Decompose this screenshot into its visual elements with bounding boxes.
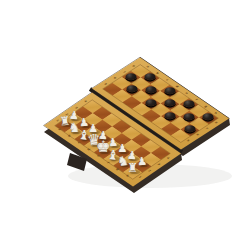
- product-photo-scene: abcdefgh88776655 abcdefgh44332211 ♟♜♟♞♟♝…: [0, 0, 240, 240]
